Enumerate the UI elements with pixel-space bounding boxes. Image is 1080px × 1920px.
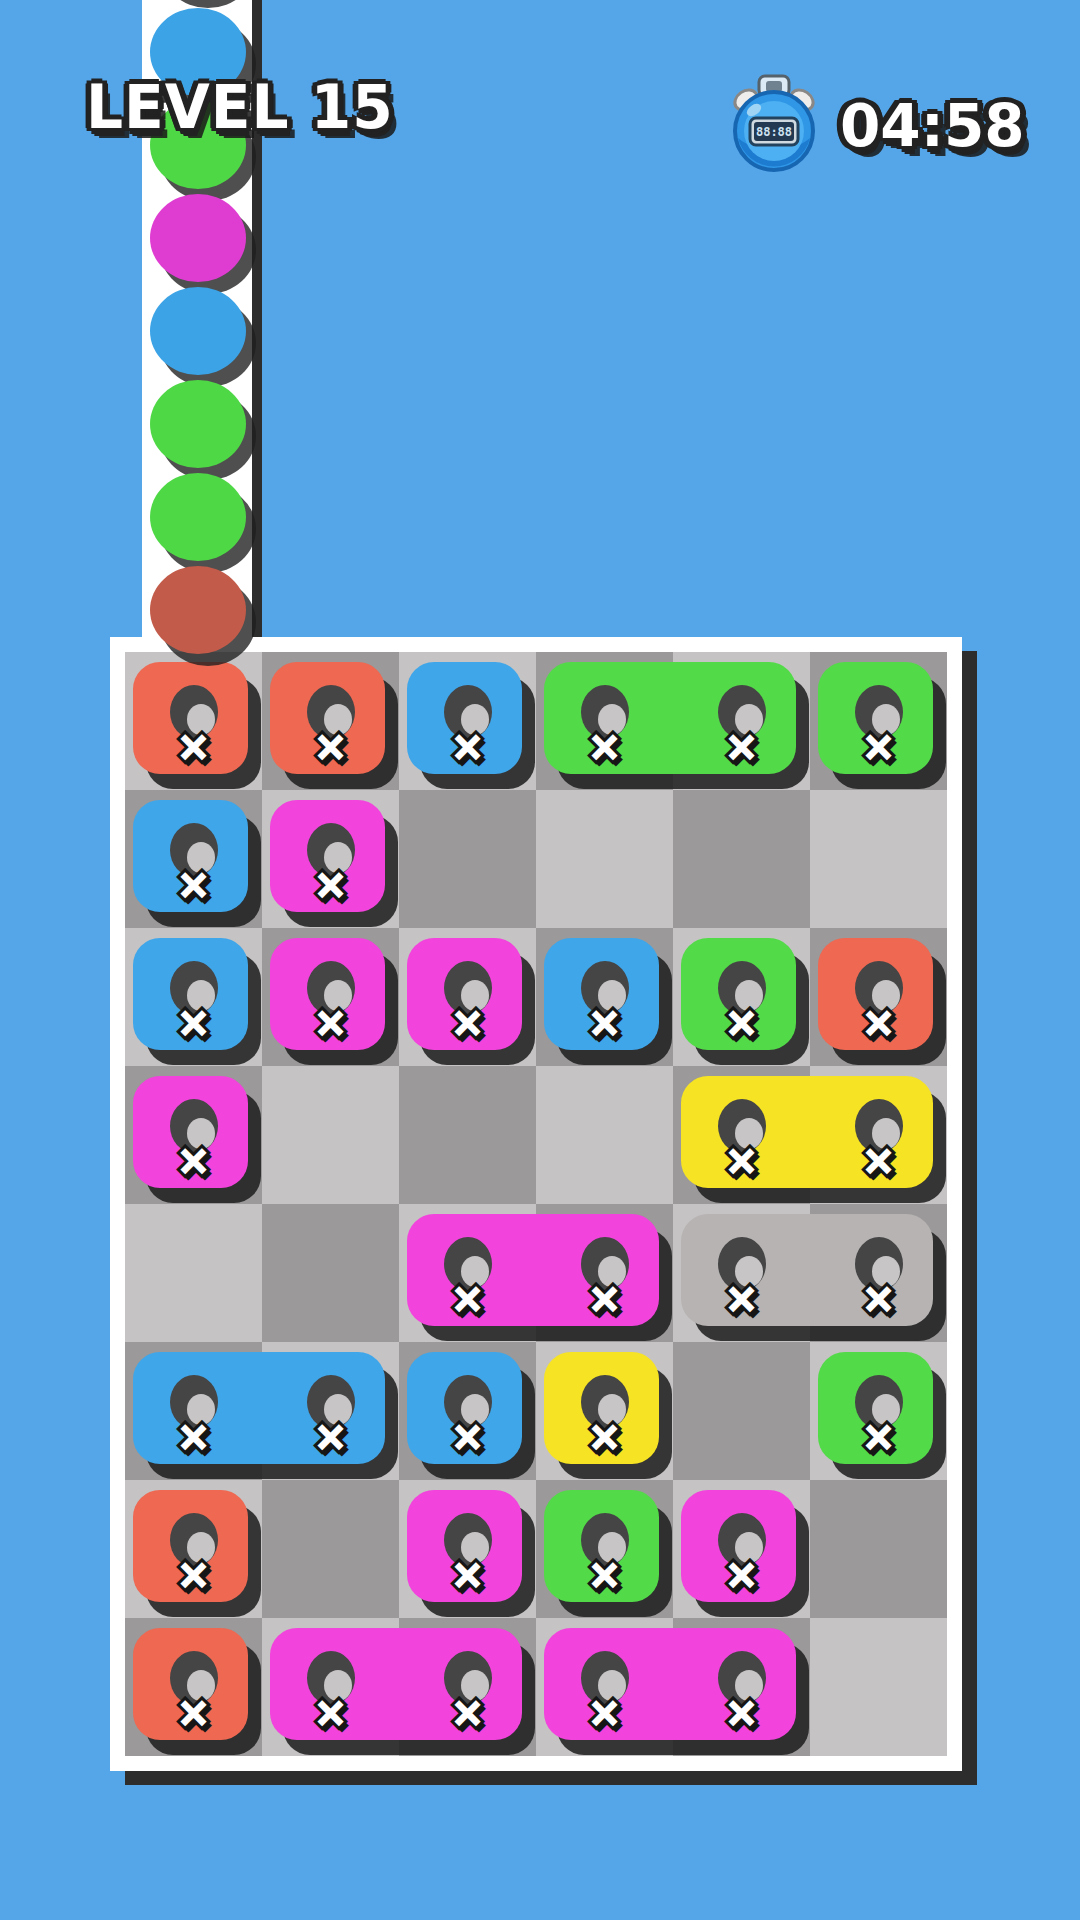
piece-magenta[interactable]: ✖ [133,1076,248,1188]
x-mark-icon: ✖ [311,1001,350,1047]
piece-green[interactable]: ✖ [818,662,933,774]
piece-magenta-double[interactable]: ✖✖ [407,1214,659,1326]
x-mark-icon: ✖ [722,1277,761,1323]
x-mark-icon: ✖ [311,863,350,909]
x-mark-icon: ✖ [174,1415,213,1461]
x-mark-icon: ✖ [174,1691,213,1737]
piece-gray-double[interactable]: ✖✖ [681,1214,933,1326]
stopwatch-icon: 88:88 [728,74,820,172]
x-mark-icon: ✖ [722,1691,761,1737]
x-mark-icon: ✖ [448,1415,487,1461]
x-mark-icon: ✖ [585,1277,624,1323]
x-mark-icon: ✖ [174,1553,213,1599]
x-mark-icon: ✖ [311,1691,350,1737]
x-mark-icon: ✖ [585,1415,624,1461]
piece-red[interactable]: ✖ [133,662,248,774]
piece-magenta[interactable]: ✖ [407,1490,522,1602]
timer-value: 04:58 [840,86,1025,160]
queue-ball-red [150,566,246,654]
x-mark-icon: ✖ [174,1139,213,1185]
x-mark-icon: ✖ [859,1415,898,1461]
svg-text:88:88: 88:88 [756,125,792,139]
x-mark-icon: ✖ [722,725,761,771]
x-mark-icon: ✖ [174,725,213,771]
piece-red[interactable]: ✖ [270,662,385,774]
x-mark-icon: ✖ [448,1691,487,1737]
piece-green[interactable]: ✖ [681,938,796,1050]
x-mark-icon: ✖ [722,1553,761,1599]
piece-blue[interactable]: ✖ [133,938,248,1050]
piece-blue-double[interactable]: ✖✖ [133,1352,385,1464]
piece-yellow[interactable]: ✖ [544,1352,659,1464]
queue-ball-blue [150,287,246,375]
x-mark-icon: ✖ [174,1001,213,1047]
piece-green-double[interactable]: ✖✖ [544,662,796,774]
x-mark-icon: ✖ [448,1277,487,1323]
piece-red[interactable]: ✖ [133,1628,248,1740]
piece-magenta-double[interactable]: ✖✖ [270,1628,522,1740]
piece-red[interactable]: ✖ [133,1490,248,1602]
x-mark-icon: ✖ [722,1139,761,1185]
queue-ball-green [150,473,246,561]
game-screen: ✖✖✖✖✖✖✖✖✖✖✖✖✖✖✖✖✖✖✖✖✖✖✖✖✖✖✖✖✖✖✖✖✖✖✖ LEVE… [0,0,1080,1920]
x-mark-icon: ✖ [448,1553,487,1599]
piece-blue[interactable]: ✖ [133,800,248,912]
x-mark-icon: ✖ [859,1139,898,1185]
piece-blue[interactable]: ✖ [544,938,659,1050]
level-title: LEVEL 15 [86,72,394,142]
x-mark-icon: ✖ [859,1277,898,1323]
queue-ball-green [150,380,246,468]
x-mark-icon: ✖ [174,863,213,909]
piece-magenta[interactable]: ✖ [681,1490,796,1602]
x-mark-icon: ✖ [585,1691,624,1737]
x-mark-icon: ✖ [722,1001,761,1047]
piece-magenta-double[interactable]: ✖✖ [544,1628,796,1740]
piece-yellow-double[interactable]: ✖✖ [681,1076,933,1188]
x-mark-icon: ✖ [859,1001,898,1047]
timer: 88:88 04:58 [728,74,1025,172]
piece-red[interactable]: ✖ [818,938,933,1050]
x-mark-icon: ✖ [859,725,898,771]
x-mark-icon: ✖ [448,1001,487,1047]
piece-magenta[interactable]: ✖ [407,938,522,1050]
piece-magenta[interactable]: ✖ [270,938,385,1050]
x-mark-icon: ✖ [448,725,487,771]
x-mark-icon: ✖ [585,1001,624,1047]
board-inner: ✖✖✖✖✖✖✖✖✖✖✖✖✖✖✖✖✖✖✖✖✖✖✖✖✖✖✖✖✖✖✖✖✖✖✖ [125,652,947,1756]
piece-green[interactable]: ✖ [818,1352,933,1464]
piece-blue[interactable]: ✖ [407,662,522,774]
piece-magenta[interactable]: ✖ [270,800,385,912]
puzzle-board: ✖✖✖✖✖✖✖✖✖✖✖✖✖✖✖✖✖✖✖✖✖✖✖✖✖✖✖✖✖✖✖✖✖✖✖ [110,637,962,1771]
x-mark-icon: ✖ [585,1553,624,1599]
pieces-layer: ✖✖✖✖✖✖✖✖✖✖✖✖✖✖✖✖✖✖✖✖✖✖✖✖✖✖✖✖✖✖✖✖✖✖✖ [125,652,947,1756]
queue-ball-magenta [150,194,246,282]
x-mark-icon: ✖ [585,725,624,771]
x-mark-icon: ✖ [311,1415,350,1461]
piece-green[interactable]: ✖ [544,1490,659,1602]
x-mark-icon: ✖ [311,725,350,771]
piece-blue[interactable]: ✖ [407,1352,522,1464]
